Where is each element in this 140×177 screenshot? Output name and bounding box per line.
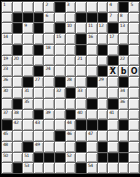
clue-number: 53	[24, 163, 29, 168]
clue-number: 49	[35, 142, 40, 147]
clue-number: 27	[35, 77, 40, 82]
white-cell[interactable]	[129, 77, 139, 87]
black-cell	[87, 77, 97, 87]
white-cell[interactable]: 10	[66, 23, 76, 33]
black-cell	[76, 120, 86, 130]
white-cell[interactable]	[34, 88, 44, 98]
white-cell[interactable]: 19	[2, 56, 12, 66]
white-cell[interactable]	[129, 110, 139, 120]
white-cell[interactable]	[44, 120, 54, 130]
white-cell[interactable]	[119, 131, 129, 141]
black-cell	[13, 13, 23, 23]
black-cell	[119, 120, 129, 130]
white-cell[interactable]	[87, 45, 97, 55]
white-cell[interactable]	[13, 34, 23, 44]
black-cell	[34, 23, 44, 33]
white-cell[interactable]: 39	[44, 110, 54, 120]
white-cell[interactable]: 54	[87, 163, 97, 173]
clue-number: 21	[77, 56, 82, 61]
clue-number: 38	[14, 110, 19, 115]
black-cell	[98, 120, 108, 130]
white-cell[interactable]: 47	[87, 131, 97, 141]
black-cell	[87, 99, 97, 109]
black-cell	[98, 45, 108, 55]
black-cell	[34, 110, 44, 120]
white-cell[interactable]	[2, 99, 12, 109]
white-cell[interactable]: 22	[119, 56, 129, 66]
white-cell[interactable]: 51	[23, 153, 33, 163]
clue-number: 15	[56, 34, 61, 39]
white-cell[interactable]	[98, 88, 108, 98]
clue-number: 1	[3, 2, 5, 7]
clue-number: 36	[120, 99, 125, 104]
black-cell	[98, 66, 108, 76]
white-cell[interactable]: 40	[76, 110, 86, 120]
clue-number: 37	[3, 110, 8, 115]
clue-number: 11	[88, 23, 93, 28]
white-cell[interactable]	[66, 99, 76, 109]
black-cell	[76, 34, 86, 44]
black-cell	[55, 2, 65, 12]
white-cell[interactable]: 20	[13, 56, 23, 66]
white-cell[interactable]	[44, 88, 54, 98]
white-cell[interactable]	[55, 66, 65, 76]
white-cell[interactable]: 9	[23, 23, 33, 33]
white-cell[interactable]: 44	[66, 120, 76, 130]
white-cell[interactable]: 32	[55, 88, 65, 98]
white-cell[interactable]: 24	[44, 66, 54, 76]
white-cell[interactable]	[44, 77, 54, 87]
white-cell[interactable]: 15	[55, 34, 65, 44]
white-cell[interactable]: 33	[76, 88, 86, 98]
clue-number: 42	[14, 120, 19, 125]
clue-number: 47	[88, 131, 93, 136]
white-cell[interactable]	[76, 153, 86, 163]
black-cell	[34, 45, 44, 55]
white-cell[interactable]: 23	[2, 66, 12, 76]
black-cell	[23, 13, 33, 23]
clue-number: 2	[45, 2, 47, 7]
clue-number: 40	[77, 110, 82, 115]
clue-number: 39	[45, 110, 50, 115]
clue-number: 24	[45, 66, 50, 71]
black-cell	[23, 142, 33, 152]
white-cell[interactable]: 14	[2, 34, 12, 44]
white-cell[interactable]	[13, 66, 23, 76]
white-cell[interactable]: 8	[119, 13, 129, 23]
white-cell[interactable]	[55, 45, 65, 55]
white-cell[interactable]: 5	[129, 2, 139, 12]
white-cell[interactable]	[129, 131, 139, 141]
white-cell[interactable]	[23, 34, 33, 44]
white-cell[interactable]	[76, 77, 86, 87]
white-cell[interactable]	[108, 163, 118, 173]
white-cell[interactable]	[108, 45, 118, 55]
clue-number: 6	[45, 13, 47, 18]
white-cell[interactable]	[23, 110, 33, 120]
white-cell[interactable]	[76, 2, 86, 12]
white-cell[interactable]	[108, 142, 118, 152]
white-cell[interactable]	[66, 56, 76, 66]
white-cell[interactable]: 18	[44, 45, 54, 55]
white-cell[interactable]: 35	[23, 99, 33, 109]
clue-number: 19	[3, 56, 8, 61]
white-cell[interactable]	[129, 56, 139, 66]
white-cell[interactable]	[34, 56, 44, 66]
clue-number: 51	[24, 153, 29, 158]
black-cell	[2, 120, 12, 130]
white-cell[interactable]	[98, 2, 108, 12]
white-cell[interactable]	[98, 34, 108, 44]
white-cell[interactable]	[55, 142, 65, 152]
black-cell	[119, 153, 129, 163]
white-cell[interactable]: b	[119, 66, 129, 76]
white-cell[interactable]	[119, 34, 129, 44]
white-cell[interactable]	[2, 23, 12, 33]
white-cell[interactable]: 31	[23, 88, 33, 98]
white-cell[interactable]	[34, 34, 44, 44]
white-cell[interactable]	[129, 45, 139, 55]
black-cell	[87, 120, 97, 130]
white-cell[interactable]	[66, 34, 76, 44]
white-cell[interactable]: 30	[2, 88, 12, 98]
black-cell	[108, 23, 118, 33]
white-cell[interactable]	[2, 45, 12, 55]
white-cell[interactable]	[44, 99, 54, 109]
black-cell	[119, 45, 129, 55]
crossword-board: 1234567891011121314151617181920212223242…	[1, 1, 140, 174]
clue-number: 34	[120, 88, 125, 93]
white-cell[interactable]	[129, 34, 139, 44]
clue-number: 28	[67, 77, 72, 82]
black-cell	[119, 142, 129, 152]
white-cell[interactable]	[23, 45, 33, 55]
clue-number: 25	[109, 66, 114, 71]
white-cell[interactable]	[98, 56, 108, 66]
clue-number: 33	[77, 88, 82, 93]
black-cell	[108, 99, 118, 109]
entry-letter: O	[131, 68, 138, 76]
white-cell[interactable]: 11	[87, 23, 97, 33]
white-cell[interactable]	[44, 142, 54, 152]
white-cell[interactable]	[129, 142, 139, 152]
clue-number: 32	[56, 88, 61, 93]
white-cell[interactable]: 12	[98, 23, 108, 33]
white-cell[interactable]	[98, 131, 108, 141]
clue-number: 7	[109, 13, 111, 18]
white-cell[interactable]	[108, 77, 118, 87]
black-cell	[34, 66, 44, 76]
white-cell[interactable]	[44, 23, 54, 33]
black-cell	[76, 13, 86, 23]
black-cell	[66, 88, 76, 98]
clue-number: 12	[99, 23, 104, 28]
white-cell[interactable]: 25X	[108, 66, 118, 76]
white-cell[interactable]	[98, 163, 108, 173]
clue-number: 4	[109, 2, 111, 7]
white-cell[interactable]	[119, 163, 129, 173]
white-cell[interactable]: 49	[34, 142, 44, 152]
entry-letter: b	[121, 68, 127, 76]
black-cell	[55, 23, 65, 33]
white-cell[interactable]	[55, 99, 65, 109]
white-cell[interactable]	[44, 34, 54, 44]
white-cell[interactable]	[76, 131, 86, 141]
white-cell[interactable]	[87, 110, 97, 120]
white-cell[interactable]	[13, 131, 23, 141]
white-cell[interactable]	[76, 66, 86, 76]
white-cell[interactable]	[34, 2, 44, 12]
black-cell	[55, 131, 65, 141]
clue-number: 30	[3, 88, 8, 93]
clue-number: 18	[45, 45, 50, 50]
black-cell	[76, 163, 86, 173]
black-cell	[108, 153, 118, 163]
white-cell[interactable]	[87, 2, 97, 12]
white-cell[interactable]	[87, 153, 97, 163]
white-cell[interactable]	[23, 2, 33, 12]
white-cell[interactable]	[129, 23, 139, 33]
white-cell[interactable]	[13, 2, 23, 12]
white-cell[interactable]	[66, 163, 76, 173]
clue-number: 5	[130, 2, 132, 7]
white-cell[interactable]: 26	[2, 77, 12, 87]
white-cell[interactable]	[13, 142, 23, 152]
white-cell[interactable]	[13, 153, 23, 163]
black-cell	[98, 153, 108, 163]
clue-number: 17	[109, 34, 114, 39]
white-cell[interactable]	[55, 110, 65, 120]
white-cell[interactable]	[13, 77, 23, 87]
white-cell[interactable]	[87, 142, 97, 152]
white-cell[interactable]: 13	[119, 23, 129, 33]
black-cell	[87, 13, 97, 23]
white-cell[interactable]	[129, 13, 139, 23]
white-cell[interactable]: 36	[119, 99, 129, 109]
clue-number: 3	[67, 2, 69, 7]
clue-number: 10	[67, 23, 72, 28]
clue-number: 54	[88, 163, 93, 168]
white-cell[interactable]	[76, 23, 86, 33]
clue-number: 23	[3, 66, 8, 71]
black-cell	[13, 99, 23, 109]
white-cell[interactable]	[108, 120, 118, 130]
black-cell	[23, 77, 33, 87]
black-cell	[119, 77, 129, 87]
white-cell[interactable]: 2	[44, 2, 54, 12]
white-cell[interactable]: 42	[13, 120, 23, 130]
clue-number: 52	[67, 153, 72, 158]
white-cell[interactable]	[34, 131, 44, 141]
clue-number: 43	[35, 120, 40, 125]
white-cell[interactable]: 6	[44, 13, 54, 23]
white-cell[interactable]	[44, 131, 54, 141]
clue-number: 22	[120, 56, 125, 61]
black-cell	[76, 45, 86, 55]
clue-number: 26	[3, 77, 8, 82]
white-cell[interactable]	[55, 56, 65, 66]
white-cell[interactable]	[98, 110, 108, 120]
white-cell[interactable]: O	[129, 66, 139, 76]
white-cell[interactable]	[23, 120, 33, 130]
black-cell	[13, 45, 23, 55]
black-cell	[119, 2, 129, 12]
black-cell	[34, 13, 44, 23]
clue-number: 48	[3, 142, 8, 147]
white-cell[interactable]: 21	[76, 56, 86, 66]
white-cell[interactable]	[108, 131, 118, 141]
white-cell[interactable]: 37	[2, 110, 12, 120]
clue-number: 16	[88, 34, 93, 39]
white-cell[interactable]: 50	[2, 153, 12, 163]
white-cell[interactable]	[66, 66, 76, 76]
white-cell[interactable]: 17	[108, 34, 118, 44]
white-cell[interactable]	[129, 163, 139, 173]
clue-number: 44	[67, 120, 72, 125]
white-cell[interactable]: 7	[108, 13, 118, 23]
black-cell	[44, 153, 54, 163]
white-cell[interactable]: 16	[87, 34, 97, 44]
clue-number: 9	[24, 23, 26, 28]
black-cell	[66, 110, 76, 120]
white-cell[interactable]	[108, 88, 118, 98]
white-cell[interactable]	[44, 163, 54, 173]
white-cell[interactable]: 34	[119, 88, 129, 98]
white-cell[interactable]	[66, 142, 76, 152]
white-cell[interactable]: 3	[66, 2, 76, 12]
white-cell[interactable]: 46	[66, 131, 76, 141]
white-cell[interactable]	[55, 120, 65, 130]
white-cell[interactable]	[34, 99, 44, 109]
white-cell[interactable]	[55, 13, 65, 23]
black-cell	[55, 77, 65, 87]
white-cell[interactable]	[23, 66, 33, 76]
white-cell[interactable]	[119, 110, 129, 120]
clue-number: 31	[24, 88, 29, 93]
white-cell[interactable]: 41	[108, 110, 118, 120]
white-cell[interactable]	[2, 163, 12, 173]
clue-number: 13	[120, 23, 125, 28]
white-cell[interactable]	[129, 99, 139, 109]
black-cell	[98, 13, 108, 23]
white-cell[interactable]	[87, 88, 97, 98]
white-cell[interactable]	[66, 45, 76, 55]
black-cell	[98, 142, 108, 152]
white-cell[interactable]	[129, 88, 139, 98]
white-cell[interactable]: 28	[66, 77, 76, 87]
clue-number: 14	[3, 34, 8, 39]
clue-number: 50	[3, 153, 8, 158]
white-cell[interactable]: 52	[66, 153, 76, 163]
white-cell[interactable]: 53	[23, 163, 33, 173]
black-cell	[108, 56, 118, 66]
white-cell[interactable]	[98, 99, 108, 109]
black-cell	[34, 153, 44, 163]
clue-number: 8	[120, 13, 122, 18]
clue-number: 41	[109, 110, 114, 115]
clue-number: 20	[14, 56, 19, 61]
white-cell[interactable]	[13, 88, 23, 98]
white-cell[interactable]: 29	[98, 77, 108, 87]
white-cell[interactable]	[87, 66, 97, 76]
white-cell[interactable]	[66, 13, 76, 23]
white-cell[interactable]	[129, 153, 139, 163]
white-cell[interactable]	[76, 99, 86, 109]
clue-number: 29	[99, 77, 104, 82]
white-cell[interactable]: 27	[34, 77, 44, 87]
white-cell[interactable]	[23, 131, 33, 141]
white-cell[interactable]: 1	[2, 2, 12, 12]
white-cell[interactable]	[44, 56, 54, 66]
white-cell[interactable]: 4	[108, 2, 118, 12]
white-cell[interactable]	[87, 56, 97, 66]
white-cell[interactable]	[23, 56, 33, 66]
white-cell[interactable]	[129, 120, 139, 130]
black-cell	[13, 23, 23, 33]
clue-number: 45	[3, 131, 8, 136]
white-cell[interactable]	[34, 163, 44, 173]
black-cell	[76, 142, 86, 152]
white-cell[interactable]: 45	[2, 131, 12, 141]
black-cell	[55, 153, 65, 163]
white-cell[interactable]: 48	[2, 142, 12, 152]
black-cell	[13, 163, 23, 173]
clue-number: 35	[24, 99, 29, 104]
white-cell[interactable]	[2, 13, 12, 23]
white-cell[interactable]	[55, 163, 65, 173]
white-cell[interactable]: 38	[13, 110, 23, 120]
clue-number: 46	[67, 131, 72, 136]
white-cell[interactable]: 43	[34, 120, 44, 130]
